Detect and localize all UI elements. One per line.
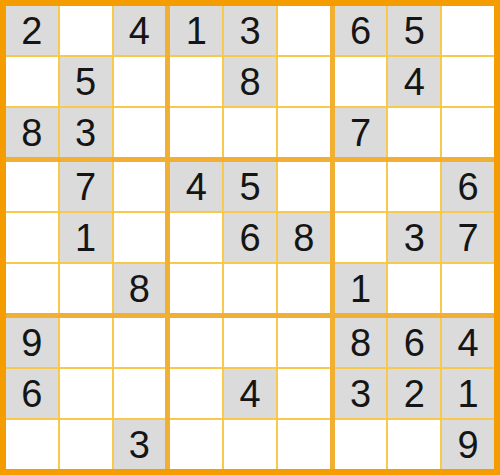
cell-r8c6[interactable]	[278, 369, 330, 418]
cell-r3c8[interactable]	[388, 108, 440, 157]
cell-r8c3[interactable]	[114, 369, 166, 418]
cell-r7c3[interactable]	[114, 318, 166, 367]
cell-r4c7[interactable]	[335, 162, 387, 211]
cell-r5c7[interactable]	[335, 213, 387, 262]
cell-r5c1[interactable]	[6, 213, 58, 262]
cell-r2c7[interactable]	[335, 57, 387, 106]
cell-r5c3[interactable]	[114, 213, 166, 262]
cell-r5c9[interactable]: 7	[442, 213, 494, 262]
cell-r8c9[interactable]: 1	[442, 369, 494, 418]
cell-r4c3[interactable]	[114, 162, 166, 211]
cell-r1c7[interactable]: 6	[335, 6, 387, 55]
cell-r2c5[interactable]: 8	[224, 57, 276, 106]
cell-r1c6[interactable]	[278, 6, 330, 55]
cell-r2c3[interactable]	[114, 57, 166, 106]
cell-r7c2[interactable]	[60, 318, 112, 367]
cell-r8c1[interactable]: 6	[6, 369, 58, 418]
cell-r4c6[interactable]	[278, 162, 330, 211]
cell-r6c1[interactable]	[6, 264, 58, 313]
cell-r4c4[interactable]: 4	[170, 162, 222, 211]
cell-r6c9[interactable]	[442, 264, 494, 313]
cell-r6c4[interactable]	[170, 264, 222, 313]
cell-r6c2[interactable]	[60, 264, 112, 313]
cell-r1c8[interactable]: 5	[388, 6, 440, 55]
cell-r8c4[interactable]	[170, 369, 222, 418]
cell-r4c2[interactable]: 7	[60, 162, 112, 211]
cell-r8c2[interactable]	[60, 369, 112, 418]
cell-r1c5[interactable]: 3	[224, 6, 276, 55]
cell-r8c7[interactable]: 3	[335, 369, 387, 418]
cell-r6c5[interactable]	[224, 264, 276, 313]
cell-r1c9[interactable]	[442, 6, 494, 55]
cell-r3c6[interactable]	[278, 108, 330, 157]
cell-r1c2[interactable]	[60, 6, 112, 55]
cell-r2c6[interactable]	[278, 57, 330, 106]
cell-r2c1[interactable]	[6, 57, 58, 106]
cell-r9c3[interactable]: 3	[114, 420, 166, 469]
cell-r2c9[interactable]	[442, 57, 494, 106]
cell-r3c2[interactable]: 3	[60, 108, 112, 157]
cell-r9c4[interactable]	[170, 420, 222, 469]
cell-r9c1[interactable]	[6, 420, 58, 469]
cell-r2c2[interactable]: 5	[60, 57, 112, 106]
sudoku-board: 2413655848377456168378198646432139	[0, 0, 500, 475]
cell-r7c4[interactable]	[170, 318, 222, 367]
cell-r3c1[interactable]: 8	[6, 108, 58, 157]
cell-r4c5[interactable]: 5	[224, 162, 276, 211]
cell-r1c4[interactable]: 1	[170, 6, 222, 55]
cell-r3c9[interactable]	[442, 108, 494, 157]
cell-r9c7[interactable]	[335, 420, 387, 469]
cell-r3c5[interactable]	[224, 108, 276, 157]
cell-r9c6[interactable]	[278, 420, 330, 469]
cell-r7c8[interactable]: 6	[388, 318, 440, 367]
cell-r3c7[interactable]: 7	[335, 108, 387, 157]
cell-r9c9[interactable]: 9	[442, 420, 494, 469]
cell-r9c2[interactable]	[60, 420, 112, 469]
cell-r7c9[interactable]: 4	[442, 318, 494, 367]
cell-r5c8[interactable]: 3	[388, 213, 440, 262]
cell-r9c5[interactable]	[224, 420, 276, 469]
cell-r5c6[interactable]: 8	[278, 213, 330, 262]
cell-r4c9[interactable]: 6	[442, 162, 494, 211]
cell-r7c7[interactable]: 8	[335, 318, 387, 367]
cell-r8c8[interactable]: 2	[388, 369, 440, 418]
cell-r5c4[interactable]	[170, 213, 222, 262]
cell-r2c4[interactable]	[170, 57, 222, 106]
board-grid: 2413655848377456168378198646432139	[6, 6, 494, 469]
cell-r7c1[interactable]: 9	[6, 318, 58, 367]
cell-r5c5[interactable]: 6	[224, 213, 276, 262]
cell-r1c1[interactable]: 2	[6, 6, 58, 55]
cell-r1c3[interactable]: 4	[114, 6, 166, 55]
cell-r9c8[interactable]	[388, 420, 440, 469]
cell-r5c2[interactable]: 1	[60, 213, 112, 262]
cell-r7c6[interactable]	[278, 318, 330, 367]
cell-r7c5[interactable]	[224, 318, 276, 367]
cell-r3c3[interactable]	[114, 108, 166, 157]
cell-r4c1[interactable]	[6, 162, 58, 211]
cell-r2c8[interactable]: 4	[388, 57, 440, 106]
cell-r6c7[interactable]: 1	[335, 264, 387, 313]
cell-r6c3[interactable]: 8	[114, 264, 166, 313]
cell-r6c6[interactable]	[278, 264, 330, 313]
cell-r8c5[interactable]: 4	[224, 369, 276, 418]
cell-r6c8[interactable]	[388, 264, 440, 313]
cell-r4c8[interactable]	[388, 162, 440, 211]
cell-r3c4[interactable]	[170, 108, 222, 157]
